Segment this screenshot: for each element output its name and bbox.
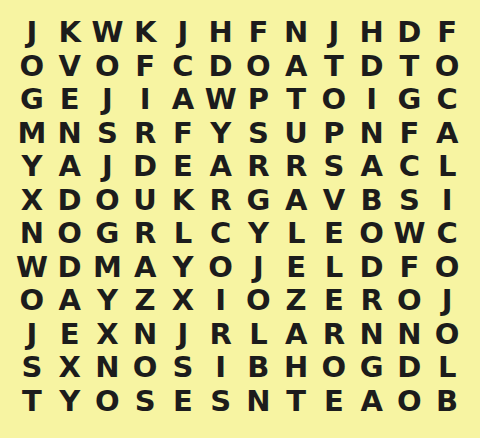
letter-cell-r12c2[interactable]: Y [51, 385, 89, 419]
letter-cell-r11c10[interactable]: G [353, 351, 391, 385]
letter-cell-r2c9[interactable]: T [315, 50, 353, 84]
letter-cell-r9c11[interactable]: O [391, 284, 429, 318]
letter-cell-r8c10[interactable]: D [353, 251, 391, 285]
letter-cell-r11c11[interactable]: D [391, 351, 429, 385]
letter-cell-r7c10[interactable]: O [353, 217, 391, 251]
letter-cell-r4c12[interactable]: A [428, 117, 466, 151]
letter-cell-r1c11[interactable]: D [391, 16, 429, 50]
letter-cell-r11c5[interactable]: S [164, 351, 202, 385]
letter-cell-r11c3[interactable]: N [89, 351, 127, 385]
letter-cell-r5c8[interactable]: R [277, 150, 315, 184]
letter-cell-r12c3[interactable]: O [89, 385, 127, 419]
letter-cell-r5c10[interactable]: A [353, 150, 391, 184]
letter-cell-r4c7[interactable]: S [240, 117, 278, 151]
letter-cell-r2c2[interactable]: V [51, 50, 89, 84]
letter-cell-r6c9[interactable]: V [315, 184, 353, 218]
letter-cell-r4c11[interactable]: F [391, 117, 429, 151]
letter-cell-r8c2[interactable]: D [51, 251, 89, 285]
letter-cell-r10c5[interactable]: J [164, 318, 202, 352]
letter-cell-r5c11[interactable]: C [391, 150, 429, 184]
letter-cell-r6c8[interactable]: A [277, 184, 315, 218]
letter-cell-r1c2[interactable]: K [51, 16, 89, 50]
letter-cell-r3c6[interactable]: W [202, 83, 240, 117]
letter-cell-r12c10[interactable]: A [353, 385, 391, 419]
letter-cell-r4c9[interactable]: P [315, 117, 353, 151]
letter-cell-r4c10[interactable]: N [353, 117, 391, 151]
letter-cell-r8c11[interactable]: F [391, 251, 429, 285]
letter-cell-r9c12[interactable]: J [428, 284, 466, 318]
letter-cell-r3c9[interactable]: O [315, 83, 353, 117]
letter-cell-r9c10[interactable]: R [353, 284, 391, 318]
letter-cell-r6c1[interactable]: X [13, 184, 51, 218]
letter-cell-r3c3[interactable]: J [89, 83, 127, 117]
letter-cell-r2c7[interactable]: O [240, 50, 278, 84]
letter-cell-r8c3[interactable]: M [89, 251, 127, 285]
word-search-board: JKWKJHFNJHDFOVOFCDOATDTOGEJIAWPTOIGCMNSR… [0, 0, 480, 438]
letter-cell-r5c3[interactable]: J [89, 150, 127, 184]
letter-cell-r12c4[interactable]: S [126, 385, 164, 419]
letter-cell-r2c4[interactable]: F [126, 50, 164, 84]
letter-cell-r4c4[interactable]: R [126, 117, 164, 151]
letter-cell-r6c3[interactable]: O [89, 184, 127, 218]
letter-cell-r9c6[interactable]: I [202, 284, 240, 318]
letter-cell-r3c2[interactable]: E [51, 83, 89, 117]
letter-cell-r9c5[interactable]: X [164, 284, 202, 318]
letter-cell-r1c4[interactable]: K [126, 16, 164, 50]
letter-cell-r10c1[interactable]: J [13, 318, 51, 352]
letter-cell-r4c8[interactable]: U [277, 117, 315, 151]
letter-cell-r2c6[interactable]: D [202, 50, 240, 84]
letter-cell-r11c12[interactable]: L [428, 351, 466, 385]
letter-cell-r8c5[interactable]: Y [164, 251, 202, 285]
letter-cell-r9c2[interactable]: A [51, 284, 89, 318]
letter-cell-r12c5[interactable]: E [164, 385, 202, 419]
letter-cell-r11c4[interactable]: O [126, 351, 164, 385]
letter-cell-r5c1[interactable]: Y [13, 150, 51, 184]
letter-cell-r6c10[interactable]: B [353, 184, 391, 218]
letter-cell-r11c1[interactable]: S [13, 351, 51, 385]
letter-cell-r5c4[interactable]: D [126, 150, 164, 184]
letter-cell-r12c11[interactable]: O [391, 385, 429, 419]
letter-cell-r7c6[interactable]: C [202, 217, 240, 251]
letter-cell-r5c5[interactable]: E [164, 150, 202, 184]
letter-cell-r10c8[interactable]: A [277, 318, 315, 352]
letter-cell-r8c4[interactable]: A [126, 251, 164, 285]
letter-cell-r4c2[interactable]: N [51, 117, 89, 151]
letter-cell-r5c2[interactable]: A [51, 150, 89, 184]
letter-cell-r7c5[interactable]: L [164, 217, 202, 251]
letter-cell-r5c7[interactable]: R [240, 150, 278, 184]
letter-cell-r2c1[interactable]: O [13, 50, 51, 84]
letter-cell-r1c7[interactable]: F [240, 16, 278, 50]
letter-cell-r6c6[interactable]: R [202, 184, 240, 218]
letter-cell-r9c7[interactable]: O [240, 284, 278, 318]
letter-cell-r12c9[interactable]: E [315, 385, 353, 419]
letter-cell-r7c3[interactable]: G [89, 217, 127, 251]
letter-cell-r6c7[interactable]: G [240, 184, 278, 218]
letter-cell-r7c7[interactable]: Y [240, 217, 278, 251]
letter-cell-r4c3[interactable]: S [89, 117, 127, 151]
letter-cell-r10c9[interactable]: R [315, 318, 353, 352]
letter-cell-r10c10[interactable]: N [353, 318, 391, 352]
letter-cell-r11c9[interactable]: O [315, 351, 353, 385]
letter-cell-r12c7[interactable]: N [240, 385, 278, 419]
letter-cell-r8c1[interactable]: W [13, 251, 51, 285]
letter-cell-r9c3[interactable]: Y [89, 284, 127, 318]
letter-cell-r5c9[interactable]: S [315, 150, 353, 184]
letter-cell-r10c12[interactable]: O [428, 318, 466, 352]
letter-cell-r8c6[interactable]: O [202, 251, 240, 285]
letter-cell-r2c3[interactable]: O [89, 50, 127, 84]
letter-cell-r8c9[interactable]: L [315, 251, 353, 285]
letter-cell-r4c1[interactable]: M [13, 117, 51, 151]
letter-cell-r11c7[interactable]: B [240, 351, 278, 385]
letter-cell-r7c4[interactable]: R [126, 217, 164, 251]
letter-cell-r1c9[interactable]: J [315, 16, 353, 50]
letter-cell-r10c4[interactable]: N [126, 318, 164, 352]
letter-cell-r1c5[interactable]: J [164, 16, 202, 50]
letter-cell-r10c11[interactable]: N [391, 318, 429, 352]
letter-cell-r11c6[interactable]: I [202, 351, 240, 385]
letter-cell-r3c8[interactable]: T [277, 83, 315, 117]
letter-cell-r6c12[interactable]: I [428, 184, 466, 218]
letter-cell-r3c11[interactable]: G [391, 83, 429, 117]
letter-cell-r7c11[interactable]: W [391, 217, 429, 251]
letter-cell-r9c9[interactable]: E [315, 284, 353, 318]
letter-cell-r6c4[interactable]: U [126, 184, 164, 218]
letter-cell-r1c1[interactable]: J [13, 16, 51, 50]
letter-cell-r4c6[interactable]: Y [202, 117, 240, 151]
letter-cell-r12c1[interactable]: T [13, 385, 51, 419]
letter-cell-r8c12[interactable]: O [428, 251, 466, 285]
letter-cell-r6c2[interactable]: D [51, 184, 89, 218]
letter-cell-r11c8[interactable]: H [277, 351, 315, 385]
letter-cell-r3c10[interactable]: I [353, 83, 391, 117]
letter-cell-r7c8[interactable]: L [277, 217, 315, 251]
letter-cell-r3c5[interactable]: A [164, 83, 202, 117]
letter-cell-r7c1[interactable]: N [13, 217, 51, 251]
letter-cell-r5c6[interactable]: A [202, 150, 240, 184]
letter-cell-r9c8[interactable]: Z [277, 284, 315, 318]
letter-cell-r2c8[interactable]: A [277, 50, 315, 84]
letter-cell-r1c8[interactable]: N [277, 16, 315, 50]
letter-cell-r9c1[interactable]: O [13, 284, 51, 318]
letter-cell-r10c7[interactable]: L [240, 318, 278, 352]
letter-cell-r1c10[interactable]: H [353, 16, 391, 50]
letter-cell-r9c4[interactable]: Z [126, 284, 164, 318]
letter-cell-r7c12[interactable]: C [428, 217, 466, 251]
letter-cell-r12c8[interactable]: T [277, 385, 315, 419]
letter-cell-r3c4[interactable]: I [126, 83, 164, 117]
letter-cell-r12c12[interactable]: B [428, 385, 466, 419]
letter-cell-r1c12[interactable]: F [428, 16, 466, 50]
letter-cell-r10c2[interactable]: E [51, 318, 89, 352]
letter-cell-r3c1[interactable]: G [13, 83, 51, 117]
letter-cell-r8c7[interactable]: J [240, 251, 278, 285]
letter-cell-r3c7[interactable]: P [240, 83, 278, 117]
letter-cell-r3c12[interactable]: C [428, 83, 466, 117]
letter-cell-r4c5[interactable]: F [164, 117, 202, 151]
letter-cell-r2c12[interactable]: O [428, 50, 466, 84]
letter-cell-r11c2[interactable]: X [51, 351, 89, 385]
letter-cell-r6c11[interactable]: S [391, 184, 429, 218]
letter-cell-r5c12[interactable]: L [428, 150, 466, 184]
letter-cell-r1c3[interactable]: W [89, 16, 127, 50]
letter-cell-r12c6[interactable]: S [202, 385, 240, 419]
letter-cell-r6c5[interactable]: K [164, 184, 202, 218]
letter-cell-r2c5[interactable]: C [164, 50, 202, 84]
letter-cell-r1c6[interactable]: H [202, 16, 240, 50]
letter-cell-r7c2[interactable]: O [51, 217, 89, 251]
letter-cell-r8c8[interactable]: E [277, 251, 315, 285]
letter-cell-r2c10[interactable]: D [353, 50, 391, 84]
word-search-screen: JKWKJHFNJHDFOVOFCDOATDTOGEJIAWPTOIGCMNSR… [0, 0, 480, 438]
letter-cell-r2c11[interactable]: T [391, 50, 429, 84]
letter-cell-r10c3[interactable]: X [89, 318, 127, 352]
letter-cell-r10c6[interactable]: R [202, 318, 240, 352]
letter-cell-r7c9[interactable]: E [315, 217, 353, 251]
